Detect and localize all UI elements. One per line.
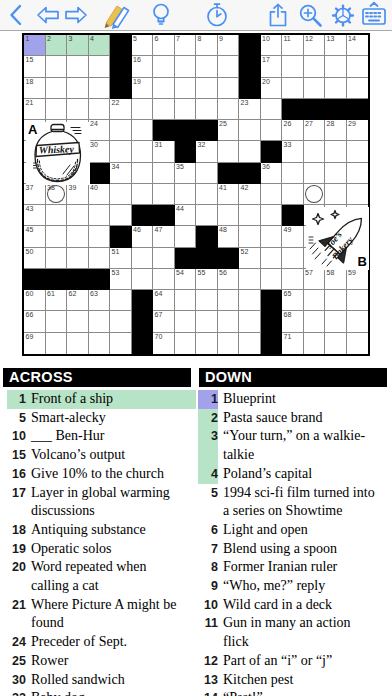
- grid-cell-r8c5[interactable]: [110, 184, 132, 205]
- grid-cell-r2c11: [239, 56, 261, 77]
- grid-cell-r5c15[interactable]: 28: [325, 120, 347, 141]
- grid-cell-r2c6[interactable]: 16: [132, 56, 154, 77]
- grid-cell-r11c13[interactable]: [282, 248, 304, 269]
- grid-cell-r11c6[interactable]: [132, 248, 154, 269]
- grid-cell-r15c14[interactable]: [304, 333, 326, 354]
- cell-number: 5: [133, 35, 137, 43]
- clue-text: Rolled sandwich: [31, 671, 125, 690]
- grid-cell-r11c4[interactable]: [89, 248, 111, 269]
- grid-cell-r3c8[interactable]: [175, 78, 197, 99]
- grid-cell-r13c8[interactable]: [175, 290, 197, 311]
- grid-cell-r3c11: [239, 78, 261, 99]
- back-button[interactable]: [6, 3, 26, 27]
- across-clue-5[interactable]: 5Smart-alecky: [0, 409, 196, 428]
- down-clue-11[interactable]: 11Gun in many an action flick: [196, 614, 392, 651]
- down-clue-7[interactable]: 7Blend using a spoon: [196, 540, 392, 559]
- grid-cell-r15c4[interactable]: [89, 333, 111, 354]
- grid-cell-r1c12[interactable]: 10: [261, 35, 283, 56]
- grid-cell-r2c2[interactable]: [46, 56, 68, 77]
- grid-cell-r15c9[interactable]: [196, 333, 218, 354]
- stopwatch-icon: [204, 2, 230, 28]
- grid-cell-r6c14[interactable]: [304, 141, 326, 162]
- across-clue-24[interactable]: 24Preceder of Sept.: [0, 633, 196, 652]
- across-clue-30[interactable]: 30Rolled sandwich: [0, 671, 196, 690]
- clue-text: Where Picture A might be found: [31, 596, 176, 633]
- cell-number: 59: [348, 269, 356, 277]
- keyboard-icon: [360, 1, 388, 29]
- hide-keyboard-button[interactable]: [360, 1, 388, 29]
- cell-number: 14: [348, 35, 356, 43]
- grid-cell-r9c4[interactable]: [89, 205, 111, 226]
- cell-number: 55: [198, 269, 206, 277]
- grid-cell-r15c6: [132, 333, 154, 354]
- grid-cell-r12c8[interactable]: 54: [175, 269, 197, 290]
- grid-cell-r11c3[interactable]: [67, 248, 89, 269]
- grid-cell-r13c4[interactable]: 63: [89, 290, 111, 311]
- grid-cell-r1c7[interactable]: 6: [153, 35, 175, 56]
- grid-cell-r9c8[interactable]: 44: [175, 205, 197, 226]
- grid-cell-r6c5[interactable]: [110, 141, 132, 162]
- clue-number: 13: [198, 671, 218, 690]
- grid-cell-r4c9[interactable]: [196, 99, 218, 120]
- grid-cell-r9c11[interactable]: [239, 205, 261, 226]
- grid-cell-r7c14[interactable]: [304, 163, 326, 184]
- grid-cell-r14c8[interactable]: [175, 311, 197, 332]
- grid-cell-r8c8[interactable]: [175, 184, 197, 205]
- timer-button[interactable]: [204, 2, 230, 28]
- grid-cell-r14c13[interactable]: 68: [282, 311, 304, 332]
- redo-button[interactable]: [63, 3, 89, 27]
- cell-number: 9: [219, 35, 223, 43]
- grid-cell-r3c9[interactable]: [196, 78, 218, 99]
- grid-cell-r10c11[interactable]: [239, 226, 261, 247]
- grid-cell-r14c9[interactable]: [196, 311, 218, 332]
- grid-cell-r1c8[interactable]: 7: [175, 35, 197, 56]
- cell-number: 13: [327, 35, 335, 43]
- grid-cell-r11c5[interactable]: 51: [110, 248, 132, 269]
- cell-number: 16: [133, 56, 141, 64]
- grid-cell-r12c13[interactable]: [282, 269, 304, 290]
- grid-cell-r11c10: [218, 248, 240, 269]
- grid-cell-r12c16[interactable]: 59: [347, 269, 369, 290]
- cell-number: 31: [155, 141, 163, 149]
- grid-cell-r10c6[interactable]: 46: [132, 226, 154, 247]
- grid-cell-r8c15[interactable]: [325, 184, 347, 205]
- down-clue-9[interactable]: 9“Who, me?” reply: [196, 577, 392, 596]
- grid-cell-r11c9: [196, 248, 218, 269]
- grid-cell-r4c12[interactable]: [261, 99, 283, 120]
- picture-b: Joe’s Bakery B: [306, 207, 370, 270]
- grid-cell-r6c8: [175, 141, 197, 162]
- grid-cell-r15c11[interactable]: [239, 333, 261, 354]
- grid-cell-r9c10[interactable]: [218, 205, 240, 226]
- across-clue-16[interactable]: 16Give 10% to the church: [0, 465, 196, 484]
- grid-cell-r1c6[interactable]: 5: [132, 35, 154, 56]
- grid-cell-r11c1[interactable]: 50: [24, 248, 46, 269]
- grid-cell-r9c6: [132, 205, 154, 226]
- settings-button[interactable]: [329, 2, 357, 29]
- grid-cell-r6c7[interactable]: 31: [153, 141, 175, 162]
- grid-cell-r7c9[interactable]: [196, 163, 218, 184]
- grid-cell-r14c15[interactable]: [325, 311, 347, 332]
- grid-cell-r12c6[interactable]: [132, 269, 154, 290]
- grid-cell-r8c6[interactable]: [132, 184, 154, 205]
- clue-text: Blend using a spoon: [223, 540, 337, 559]
- clue-number: 3: [198, 427, 218, 464]
- grid-cell-r7c15[interactable]: [325, 163, 347, 184]
- grid-cell-r3c14[interactable]: [304, 78, 326, 99]
- grid-cell-r1c2[interactable]: 2: [46, 35, 68, 56]
- undo-button[interactable]: [35, 3, 61, 27]
- grid-cell-r1c15[interactable]: 13: [325, 35, 347, 56]
- grid-cell-r1c10[interactable]: 9: [218, 35, 240, 56]
- grid-cell-r8c10[interactable]: 41: [218, 184, 240, 205]
- grid-cell-r14c5[interactable]: [110, 311, 132, 332]
- clue-text: Former Iranian ruler: [223, 558, 337, 577]
- grid-cell-r4c15: [325, 99, 347, 120]
- down-clue-12[interactable]: 12Part of an “i” or “j”: [196, 652, 392, 671]
- grid-cell-r12c9[interactable]: 55: [196, 269, 218, 290]
- grid-cell-r6c11[interactable]: [239, 141, 261, 162]
- grid-cell-r9c2[interactable]: [46, 205, 68, 226]
- cell-number: 60: [26, 290, 34, 298]
- grid-cell-r3c16[interactable]: [347, 78, 369, 99]
- grid-cell-r7c6[interactable]: [132, 163, 154, 184]
- zoom-in-button[interactable]: [297, 2, 324, 29]
- across-clue-21[interactable]: 21Where Picture A might be found: [0, 596, 196, 633]
- grid-cell-r3c12[interactable]: 20: [261, 78, 283, 99]
- across-header: ACROSS: [3, 368, 191, 387]
- down-clue-6[interactable]: 6Light and open: [196, 521, 392, 540]
- across-clue-18[interactable]: 18Antiquing substance: [0, 521, 196, 540]
- grid-cell-r6c4[interactable]: 30: [89, 141, 111, 162]
- grid-cell-r13c2[interactable]: 61: [46, 290, 68, 311]
- grid-cell-r4c5[interactable]: 22: [110, 99, 132, 120]
- grid-cell-r2c13[interactable]: [282, 56, 304, 77]
- magnifier-plus-icon: [297, 2, 324, 29]
- grid-cell-r10c7[interactable]: 47: [153, 226, 175, 247]
- grid-cell-r11c8: [175, 248, 197, 269]
- grid-cell-r12c10[interactable]: 56: [218, 269, 240, 290]
- grid-cell-r3c13[interactable]: [282, 78, 304, 99]
- across-clue-17[interactable]: 17Layer in global warming discussions: [0, 484, 196, 521]
- grid-cell-r6c15[interactable]: [325, 141, 347, 162]
- grid-cell-r13c7[interactable]: 64: [153, 290, 175, 311]
- grid-cell-r5c16[interactable]: 29: [347, 120, 369, 141]
- down-clue-8[interactable]: 8Former Iranian ruler: [196, 558, 392, 577]
- grid-cell-r15c1[interactable]: 69: [24, 333, 46, 354]
- down-clue-13[interactable]: 13Kitchen pest: [196, 671, 392, 690]
- clue-number: 15: [6, 446, 26, 465]
- grid-cell-r5c5[interactable]: [110, 120, 132, 141]
- grid-cell-r11c7[interactable]: [153, 248, 175, 269]
- cell-number: 3: [69, 35, 73, 43]
- share-button[interactable]: [266, 2, 290, 28]
- grid-cell-r7c13[interactable]: [282, 163, 304, 184]
- grid-cell-r12c7[interactable]: [153, 269, 175, 290]
- grid-cell-r14c14[interactable]: [304, 311, 326, 332]
- grid-cell-r4c2[interactable]: [46, 99, 68, 120]
- cell-number: 8: [198, 35, 202, 43]
- grid-cell-r12c12[interactable]: [261, 269, 283, 290]
- grid-cell-r13c5[interactable]: [110, 290, 132, 311]
- grid-cell-r5c13[interactable]: 26: [282, 120, 304, 141]
- grid-cell-r2c4[interactable]: [89, 56, 111, 77]
- across-clue-20[interactable]: 20Word repeated when calling a cat: [0, 558, 196, 595]
- grid-cell-r2c7[interactable]: [153, 56, 175, 77]
- grid-cell-r13c13[interactable]: 65: [282, 290, 304, 311]
- grid-cell-r12c2: [46, 269, 68, 290]
- grid-cell-r13c1[interactable]: 60: [24, 290, 46, 311]
- grid-cell-r3c4[interactable]: [89, 78, 111, 99]
- grid-cell-r15c8[interactable]: [175, 333, 197, 354]
- grid-cell-r7c5[interactable]: 34: [110, 163, 132, 184]
- grid-cell-r3c6[interactable]: 19: [132, 78, 154, 99]
- grid-cell-r8c11[interactable]: 42: [239, 184, 261, 205]
- grid-cell-r6c12: [261, 141, 283, 162]
- grid-cell-r8c4[interactable]: 40: [89, 184, 111, 205]
- grid-cell-r5c10[interactable]: 25: [218, 120, 240, 141]
- grid-cell-r4c11[interactable]: 23: [239, 99, 261, 120]
- grid-cell-r5c9: [196, 120, 218, 141]
- grid-cell-r1c3[interactable]: 3: [67, 35, 89, 56]
- grid-cell-r14c7[interactable]: 67: [153, 311, 175, 332]
- clue-text: Operatic solos: [31, 540, 111, 559]
- grid-cell-r3c5: [110, 78, 132, 99]
- grid-cell-r2c3[interactable]: [67, 56, 89, 77]
- crossword-app: { "game": "crossword", "toolbar": { "ico…: [0, 0, 392, 696]
- grid-cell-r9c5[interactable]: [110, 205, 132, 226]
- grid-cell-r8c7[interactable]: [153, 184, 175, 205]
- grid-cell-r4c4[interactable]: [89, 99, 111, 120]
- grid-cell-r11c11[interactable]: 52: [239, 248, 261, 269]
- grid-cell-r10c13[interactable]: 49: [282, 226, 304, 247]
- cell-number: 27: [305, 120, 313, 128]
- grid-cell-r6c16[interactable]: [347, 141, 369, 162]
- cell-number: 64: [155, 290, 163, 298]
- grid-cell-r5c4[interactable]: 24: [89, 120, 111, 141]
- grid-cell-r12c5[interactable]: 53: [110, 269, 132, 290]
- grid-cell-r11c2[interactable]: [46, 248, 68, 269]
- cell-number: 30: [90, 141, 98, 149]
- grid-cell-r6c9[interactable]: 32: [196, 141, 218, 162]
- clue-text: Wild card in a deck: [223, 596, 332, 615]
- grid-cell-r6c6[interactable]: [132, 141, 154, 162]
- grid-cell-r6c10[interactable]: [218, 141, 240, 162]
- grid-cell-r11c12[interactable]: [261, 248, 283, 269]
- down-clue-1[interactable]: 1Blueprint: [196, 390, 392, 409]
- grid-cell-r4c3[interactable]: [67, 99, 89, 120]
- grid-cell-r8c1[interactable]: 37: [24, 184, 46, 205]
- grid-cell-r8c12[interactable]: [261, 184, 283, 205]
- cell-number: 19: [133, 78, 141, 86]
- grid-cell-r7c7[interactable]: [153, 163, 175, 184]
- grid-cell-r5c6[interactable]: [132, 120, 154, 141]
- down-clue-3[interactable]: 3“Your turn,” on a walkie- talkie: [196, 427, 392, 464]
- pencil-button[interactable]: [100, 1, 130, 29]
- grid-cell-r10c10[interactable]: 48: [218, 226, 240, 247]
- grid-cell-r9c1[interactable]: 43: [24, 205, 46, 226]
- cell-number: 26: [284, 120, 292, 128]
- grid-cell-r14c10[interactable]: [218, 311, 240, 332]
- grid-cell-r3c7[interactable]: [153, 78, 175, 99]
- cell-number: 28: [327, 120, 335, 128]
- grid-cell-r2c5: [110, 56, 132, 77]
- down-clue-14[interactable]: 14“Psst!”: [196, 689, 392, 696]
- grid-cell-r8c2[interactable]: 38: [46, 184, 68, 205]
- grid-cell-r13c10[interactable]: [218, 290, 240, 311]
- down-clue-10[interactable]: 10Wild card in a deck: [196, 596, 392, 615]
- hint-button[interactable]: [149, 2, 173, 28]
- grid-cell-r13c15[interactable]: [325, 290, 347, 311]
- grid-cell-r7c16[interactable]: [347, 163, 369, 184]
- grid-cell-r9c3[interactable]: [67, 205, 89, 226]
- grid-cell-r10c1[interactable]: 45: [24, 226, 46, 247]
- clue-number: 2: [198, 409, 218, 428]
- down-clue-2[interactable]: 2Pasta sauce brand: [196, 409, 392, 428]
- crossword-grid[interactable]: 1234567891011121314151617181920212223242…: [22, 33, 370, 356]
- grid-cell-r13c3[interactable]: 62: [67, 290, 89, 311]
- grid-cell-r5c11[interactable]: [239, 120, 261, 141]
- grid-cell-r9c9[interactable]: [196, 205, 218, 226]
- grid-cell-r2c9[interactable]: [196, 56, 218, 77]
- down-clue-5[interactable]: 51994 sci-fi film turned into a series o…: [196, 484, 392, 521]
- clue-number: 1: [198, 390, 218, 409]
- cell-number: 17: [262, 56, 270, 64]
- grid-cell-r15c3[interactable]: [67, 333, 89, 354]
- grid-cell-r4c7[interactable]: [153, 99, 175, 120]
- across-clue-25[interactable]: 25Rower: [0, 652, 196, 671]
- grid-cell-r15c16[interactable]: [347, 333, 369, 354]
- grid-cell-r14c2[interactable]: [46, 311, 68, 332]
- grid-cell-r1c14[interactable]: 12: [304, 35, 326, 56]
- grid-cell-r15c2[interactable]: [46, 333, 68, 354]
- grid-cell-r15c7[interactable]: 70: [153, 333, 175, 354]
- grid-cell-r5c14[interactable]: 27: [304, 120, 326, 141]
- grid-cell-r3c1[interactable]: 18: [24, 78, 46, 99]
- across-clue-19[interactable]: 19Operatic solos: [0, 540, 196, 559]
- grid-cell-r14c11[interactable]: [239, 311, 261, 332]
- grid-cell-r1c4[interactable]: 4: [89, 35, 111, 56]
- grid-cell-r9c12[interactable]: [261, 205, 283, 226]
- cell-number: 38: [47, 184, 55, 192]
- grid-cell-r10c3[interactable]: [67, 226, 89, 247]
- toolbar: [0, 0, 392, 31]
- grid-cell-r1c16[interactable]: 14: [347, 35, 369, 56]
- grid-cell-r4c10[interactable]: [218, 99, 240, 120]
- clue-text: Volcano’s output: [31, 446, 125, 465]
- grid-cell-r3c2[interactable]: [46, 78, 68, 99]
- cell-number: 46: [133, 226, 141, 234]
- grid-cell-r8c14[interactable]: [304, 184, 326, 205]
- grid-cell-r10c4[interactable]: [89, 226, 111, 247]
- grid-cell-r7c8[interactable]: 35: [175, 163, 197, 184]
- grid-cell-r8c9[interactable]: [196, 184, 218, 205]
- clue-text: Antiquing substance: [31, 521, 146, 540]
- grid-cell-r4c8[interactable]: [175, 99, 197, 120]
- grid-cell-r10c8[interactable]: [175, 226, 197, 247]
- across-clue-15[interactable]: 15Volcano’s output: [0, 446, 196, 465]
- clue-text: ___ Ben-Hur: [31, 427, 105, 446]
- grid-cell-r1c5: [110, 35, 132, 56]
- grid-cell-r10c2[interactable]: [46, 226, 68, 247]
- grid-cell-r2c12[interactable]: 17: [261, 56, 283, 77]
- cell-number: 69: [26, 333, 34, 341]
- grid-cell-r10c12[interactable]: [261, 226, 283, 247]
- clue-number: 18: [6, 521, 26, 540]
- grid-cell-r13c16[interactable]: [347, 290, 369, 311]
- cell-number: 68: [284, 311, 292, 319]
- picture-a-caption: Whiskey: [39, 143, 75, 155]
- across-clue-32[interactable]: 32Baby dog: [0, 689, 196, 696]
- grid-cell-r6c13[interactable]: 33: [282, 141, 304, 162]
- grid-cell-r2c15[interactable]: [325, 56, 347, 77]
- cell-number: 66: [26, 311, 34, 319]
- across-clue-1[interactable]: 1Front of a ship: [0, 390, 196, 409]
- grid-cell-r13c6: [132, 290, 154, 311]
- grid-cell-r8c13[interactable]: [282, 184, 304, 205]
- grid-cell-r15c15[interactable]: [325, 333, 347, 354]
- grid-cell-r15c13[interactable]: 71: [282, 333, 304, 354]
- grid-cell-r2c14[interactable]: [304, 56, 326, 77]
- grid-cell-r15c5[interactable]: [110, 333, 132, 354]
- grid-cell-r14c4[interactable]: [89, 311, 111, 332]
- grid-cell-r8c3[interactable]: 39: [67, 184, 89, 205]
- clue-number: 5: [198, 484, 218, 521]
- cell-number: 1: [26, 35, 30, 43]
- across-clue-10[interactable]: 10___ Ben-Hur: [0, 427, 196, 446]
- grid-cell-r3c3[interactable]: [67, 78, 89, 99]
- grid-cell-r15c10[interactable]: [218, 333, 240, 354]
- grid-cell-r12c15[interactable]: 58: [325, 269, 347, 290]
- grid-cell-r7c10: [218, 163, 240, 184]
- clue-text: Kitchen pest: [223, 671, 293, 690]
- grid-cell-r12c11[interactable]: [239, 269, 261, 290]
- cell-number: 37: [26, 184, 34, 192]
- cell-number: 36: [262, 163, 270, 171]
- grid-cell-r2c1[interactable]: 15: [24, 56, 46, 77]
- grid-cell-r13c11[interactable]: [239, 290, 261, 311]
- grid-cell-r14c3[interactable]: [67, 311, 89, 332]
- cell-number: 39: [69, 184, 77, 192]
- grid-cell-r7c12[interactable]: 36: [261, 163, 283, 184]
- clue-text: “Your turn,” on a walkie- talkie: [223, 427, 365, 464]
- grid-cell-r1c9[interactable]: 8: [196, 35, 218, 56]
- grid-cell-r2c10[interactable]: [218, 56, 240, 77]
- picture-a-label: A: [28, 122, 37, 137]
- grid-cell-r12c14[interactable]: 57: [304, 269, 326, 290]
- grid-cell-r3c10[interactable]: [218, 78, 240, 99]
- grid-cell-r13c14[interactable]: [304, 290, 326, 311]
- grid-cell-r14c1[interactable]: 66: [24, 311, 46, 332]
- grid-cell-r14c16[interactable]: [347, 311, 369, 332]
- grid-cell-r1c13[interactable]: 11: [282, 35, 304, 56]
- grid-cell-r2c16[interactable]: [347, 56, 369, 77]
- grid-cell-r13c9[interactable]: [196, 290, 218, 311]
- grid-cell-r2c8[interactable]: [175, 56, 197, 77]
- grid-cell-r4c6[interactable]: [132, 99, 154, 120]
- grid-cell-r3c15[interactable]: [325, 78, 347, 99]
- grid-cell-r5c12[interactable]: [261, 120, 283, 141]
- grid-cell-r9c7: [153, 205, 175, 226]
- clue-number: 32: [6, 689, 26, 696]
- cell-number: 20: [262, 78, 270, 86]
- grid-cell-r1c1[interactable]: 1: [24, 35, 46, 56]
- grid-cell-r8c16[interactable]: [347, 184, 369, 205]
- down-clue-4[interactable]: 4Poland’s capital: [196, 465, 392, 484]
- grid-cell-r4c1[interactable]: 21: [24, 99, 46, 120]
- grid-cell-r13c12: [261, 290, 283, 311]
